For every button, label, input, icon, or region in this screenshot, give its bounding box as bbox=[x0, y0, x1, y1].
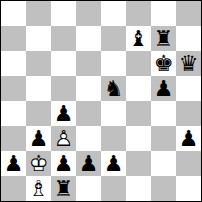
square-e2[interactable]: ♟ bbox=[101, 151, 126, 176]
square-f3[interactable] bbox=[126, 126, 151, 151]
square-a5[interactable] bbox=[1, 76, 26, 101]
white-pawn-c3[interactable]: ♙ bbox=[51, 126, 76, 151]
square-d5[interactable] bbox=[76, 76, 101, 101]
black-rook-c1[interactable]: ♜ bbox=[51, 176, 76, 201]
square-h5[interactable] bbox=[176, 76, 201, 101]
black-pawn-h3[interactable]: ♟ bbox=[176, 126, 201, 151]
square-e3[interactable] bbox=[101, 126, 126, 151]
square-e1[interactable] bbox=[101, 176, 126, 201]
square-d7[interactable] bbox=[76, 26, 101, 51]
square-e6[interactable] bbox=[101, 51, 126, 76]
square-f7[interactable]: ♝ bbox=[126, 26, 151, 51]
square-g4[interactable] bbox=[151, 101, 176, 126]
black-queen-h6[interactable]: ♛ bbox=[176, 51, 201, 76]
square-g8[interactable] bbox=[151, 1, 176, 26]
square-h6[interactable]: ♛ bbox=[176, 51, 201, 76]
square-a3[interactable] bbox=[1, 126, 26, 151]
square-g1[interactable] bbox=[151, 176, 176, 201]
square-g5[interactable]: ♟ bbox=[151, 76, 176, 101]
square-a7[interactable] bbox=[1, 26, 26, 51]
black-pawn-c2[interactable]: ♟ bbox=[51, 151, 76, 176]
square-a6[interactable] bbox=[1, 51, 26, 76]
black-bishop-f7[interactable]: ♝ bbox=[126, 26, 151, 51]
square-e8[interactable] bbox=[101, 1, 126, 26]
square-h1[interactable] bbox=[176, 176, 201, 201]
black-knight-e5[interactable]: ♞ bbox=[101, 76, 126, 101]
square-h2[interactable] bbox=[176, 151, 201, 176]
square-b3[interactable]: ♟ bbox=[26, 126, 51, 151]
square-b1[interactable]: ♗ bbox=[26, 176, 51, 201]
square-b7[interactable] bbox=[26, 26, 51, 51]
square-d6[interactable] bbox=[76, 51, 101, 76]
square-c4[interactable]: ♟ bbox=[51, 101, 76, 126]
square-f6[interactable] bbox=[126, 51, 151, 76]
square-a1[interactable] bbox=[1, 176, 26, 201]
square-g3[interactable] bbox=[151, 126, 176, 151]
square-b5[interactable] bbox=[26, 76, 51, 101]
square-g6[interactable]: ♚ bbox=[151, 51, 176, 76]
square-a2[interactable]: ♟ bbox=[1, 151, 26, 176]
square-c1[interactable]: ♜ bbox=[51, 176, 76, 201]
square-d3[interactable] bbox=[76, 126, 101, 151]
square-a4[interactable] bbox=[1, 101, 26, 126]
square-f5[interactable] bbox=[126, 76, 151, 101]
white-bishop-b1[interactable]: ♗ bbox=[26, 176, 51, 201]
square-d1[interactable] bbox=[76, 176, 101, 201]
square-b6[interactable] bbox=[26, 51, 51, 76]
square-h3[interactable]: ♟ bbox=[176, 126, 201, 151]
square-h4[interactable] bbox=[176, 101, 201, 126]
square-c6[interactable] bbox=[51, 51, 76, 76]
black-pawn-e2[interactable]: ♟ bbox=[101, 151, 126, 176]
square-h7[interactable] bbox=[176, 26, 201, 51]
square-f2[interactable] bbox=[126, 151, 151, 176]
square-c2[interactable]: ♟ bbox=[51, 151, 76, 176]
white-king-b2[interactable]: ♔ bbox=[26, 151, 51, 176]
square-f8[interactable] bbox=[126, 1, 151, 26]
square-b2[interactable]: ♔ bbox=[26, 151, 51, 176]
black-king-g6[interactable]: ♚ bbox=[151, 51, 176, 76]
square-g7[interactable]: ♜ bbox=[151, 26, 176, 51]
square-b8[interactable] bbox=[26, 1, 51, 26]
square-f4[interactable] bbox=[126, 101, 151, 126]
square-e7[interactable] bbox=[101, 26, 126, 51]
square-c8[interactable] bbox=[51, 1, 76, 26]
square-f1[interactable] bbox=[126, 176, 151, 201]
square-c5[interactable] bbox=[51, 76, 76, 101]
chess-diagram: ♝♜♚♛♞♟♟♟♙♟♟♔♟♟♟♗♜ bbox=[0, 0, 202, 202]
black-pawn-a2[interactable]: ♟ bbox=[1, 151, 26, 176]
square-b4[interactable] bbox=[26, 101, 51, 126]
square-d2[interactable]: ♟ bbox=[76, 151, 101, 176]
black-pawn-c4[interactable]: ♟ bbox=[51, 101, 76, 126]
square-d4[interactable] bbox=[76, 101, 101, 126]
square-c7[interactable] bbox=[51, 26, 76, 51]
square-c3[interactable]: ♙ bbox=[51, 126, 76, 151]
square-h8[interactable] bbox=[176, 1, 201, 26]
square-g2[interactable] bbox=[151, 151, 176, 176]
black-pawn-d2[interactable]: ♟ bbox=[76, 151, 101, 176]
black-rook-g7[interactable]: ♜ bbox=[151, 26, 176, 51]
square-e4[interactable] bbox=[101, 101, 126, 126]
square-d8[interactable] bbox=[76, 1, 101, 26]
black-pawn-b3[interactable]: ♟ bbox=[26, 126, 51, 151]
square-e5[interactable]: ♞ bbox=[101, 76, 126, 101]
square-a8[interactable] bbox=[1, 1, 26, 26]
black-pawn-g5[interactable]: ♟ bbox=[151, 76, 176, 101]
chess-board: ♝♜♚♛♞♟♟♟♙♟♟♔♟♟♟♗♜ bbox=[0, 0, 202, 202]
